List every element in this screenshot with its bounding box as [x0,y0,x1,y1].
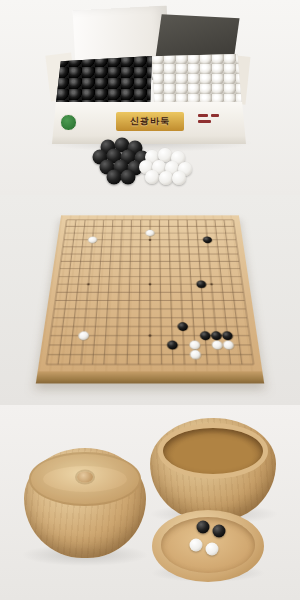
go-board-face [38,215,263,371]
board-grid-svg [38,215,263,371]
dish-white-stones [0,405,300,600]
go-board [36,215,264,383]
white-stone-pile [0,0,300,195]
go-board-edge [36,371,264,383]
product-photo-bowls [0,405,300,600]
product-photo-stone-box: 신광바둑 [0,0,300,195]
white-go-stone [145,170,159,184]
white-go-stone [172,171,186,185]
product-photo-board [0,195,300,405]
white-go-stone [206,543,219,556]
white-go-stone [190,539,203,552]
white-go-stone [159,171,173,185]
